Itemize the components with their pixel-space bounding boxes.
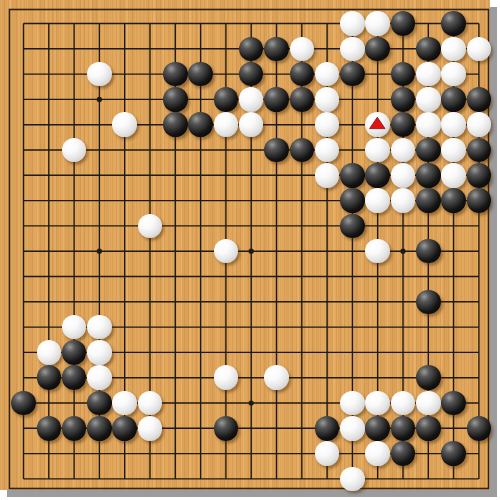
stone-white	[365, 441, 390, 466]
stone-black	[467, 188, 492, 213]
stone-black	[391, 11, 416, 36]
stone-black	[163, 62, 188, 87]
stone-white	[37, 340, 62, 365]
stone-black	[340, 62, 365, 87]
stone-black	[214, 416, 239, 441]
stone-white	[365, 391, 390, 416]
stone-black	[87, 391, 112, 416]
stone-black	[391, 416, 416, 441]
stone-black	[62, 340, 87, 365]
stone-black	[290, 87, 315, 112]
stone-white	[315, 441, 340, 466]
stone-black	[264, 37, 289, 62]
stone-white	[467, 37, 492, 62]
stone-white	[365, 188, 390, 213]
stone-black	[112, 416, 137, 441]
stone-white	[416, 87, 441, 112]
stone-black	[163, 112, 188, 137]
stone-black	[416, 416, 441, 441]
stone-black	[37, 416, 62, 441]
stone-black	[416, 290, 441, 315]
stone-black	[441, 441, 466, 466]
stone-white	[315, 138, 340, 163]
stone-white	[441, 112, 466, 137]
stone-black	[467, 416, 492, 441]
stone-white	[239, 112, 264, 137]
stone-white	[365, 138, 390, 163]
stone-black	[290, 62, 315, 87]
stone-white	[365, 239, 390, 264]
stone-black	[188, 112, 213, 137]
stone-white	[315, 87, 340, 112]
stone-white	[441, 138, 466, 163]
stone-white	[112, 391, 137, 416]
stone-white	[365, 11, 390, 36]
stone-black	[365, 37, 390, 62]
stone-black	[391, 62, 416, 87]
stone-white	[467, 112, 492, 137]
stone-white	[391, 188, 416, 213]
stone-black	[340, 188, 365, 213]
stone-white	[290, 37, 315, 62]
stone-black	[62, 365, 87, 390]
stone-white	[340, 391, 365, 416]
stone-white	[87, 365, 112, 390]
stone-black	[239, 37, 264, 62]
stone-white	[340, 37, 365, 62]
stone-white	[87, 315, 112, 340]
stone-black	[163, 87, 188, 112]
stone-white	[441, 163, 466, 188]
stone-white	[340, 416, 365, 441]
stone-white	[214, 239, 239, 264]
stone-white	[441, 62, 466, 87]
stone-black	[467, 87, 492, 112]
stone-white	[214, 365, 239, 390]
stone-black	[264, 138, 289, 163]
stone-white	[340, 467, 365, 492]
stone-black	[416, 163, 441, 188]
stone-black	[441, 188, 466, 213]
stones-layer	[0, 0, 490, 490]
stone-white	[62, 138, 87, 163]
stone-white	[416, 112, 441, 137]
stone-black	[391, 112, 416, 137]
stone-black	[416, 37, 441, 62]
stone-black	[87, 416, 112, 441]
stone-black	[391, 87, 416, 112]
stone-black	[37, 365, 62, 390]
stone-black	[416, 365, 441, 390]
stone-white	[365, 112, 390, 137]
stone-black	[391, 441, 416, 466]
stone-black	[416, 188, 441, 213]
stone-white	[214, 112, 239, 137]
stone-black	[441, 391, 466, 416]
stone-black	[264, 87, 289, 112]
stone-black	[340, 214, 365, 239]
stone-white	[391, 391, 416, 416]
stone-black	[290, 138, 315, 163]
stone-black	[188, 62, 213, 87]
stone-white	[441, 37, 466, 62]
stone-white	[87, 340, 112, 365]
stone-black	[416, 239, 441, 264]
stone-white	[416, 62, 441, 87]
stone-white	[391, 138, 416, 163]
stone-black	[365, 163, 390, 188]
stone-black	[214, 87, 239, 112]
stone-black	[315, 416, 340, 441]
stone-white	[138, 416, 163, 441]
stone-white	[239, 87, 264, 112]
stone-black	[441, 87, 466, 112]
stone-black	[340, 163, 365, 188]
go-board[interactable]	[0, 0, 490, 490]
stone-white	[391, 163, 416, 188]
stone-white	[138, 214, 163, 239]
stone-black	[416, 138, 441, 163]
stone-black	[62, 416, 87, 441]
stone-white	[315, 163, 340, 188]
stone-white	[62, 315, 87, 340]
stone-black	[441, 11, 466, 36]
stone-black	[467, 163, 492, 188]
stone-white	[416, 391, 441, 416]
stone-black	[239, 62, 264, 87]
stone-white	[87, 62, 112, 87]
stone-white	[315, 62, 340, 87]
stone-white	[264, 365, 289, 390]
stone-black	[11, 391, 36, 416]
stone-white	[340, 11, 365, 36]
stone-white	[138, 391, 163, 416]
stone-white	[112, 112, 137, 137]
stone-black	[467, 138, 492, 163]
stone-white	[315, 112, 340, 137]
stone-black	[365, 416, 390, 441]
